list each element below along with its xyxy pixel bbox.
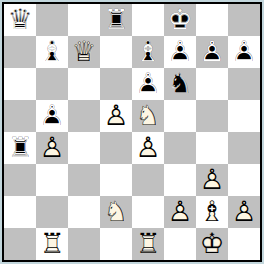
black-rook[interactable]: ♜♖: [4, 132, 36, 164]
square-a1[interactable]: [4, 228, 36, 260]
square-c7[interactable]: ♛♕: [68, 36, 100, 68]
square-f3[interactable]: [164, 164, 196, 196]
piece-outline: ♖: [132, 228, 164, 260]
piece-outline: ♖: [4, 132, 36, 164]
black-bishop[interactable]: ♝♗: [132, 36, 164, 68]
square-d5[interactable]: ♟♙: [100, 100, 132, 132]
black-rook[interactable]: ♜♖: [100, 4, 132, 36]
square-b8[interactable]: [36, 4, 68, 36]
square-f4[interactable]: [164, 132, 196, 164]
piece-outline: ♗: [196, 196, 228, 228]
white-pawn[interactable]: ♟♙: [132, 132, 164, 164]
piece-outline: ♙: [196, 36, 228, 68]
piece-outline: ♙: [36, 100, 68, 132]
square-e7[interactable]: ♝♗: [132, 36, 164, 68]
square-d7[interactable]: [100, 36, 132, 68]
square-b5[interactable]: ♟♙: [36, 100, 68, 132]
piece-outline: ♔: [196, 228, 228, 260]
piece-outline: ♗: [36, 36, 68, 68]
square-b2[interactable]: [36, 196, 68, 228]
piece-outline: ♙: [36, 132, 68, 164]
square-d1[interactable]: [100, 228, 132, 260]
square-f5[interactable]: [164, 100, 196, 132]
square-c3[interactable]: [68, 164, 100, 196]
white-pawn[interactable]: ♟♙: [164, 196, 196, 228]
board-frame: ♛♕♜♖♚♔♝♗♛♕♝♗♟♙♟♙♟♙♟♙♞♘♟♙♟♙♞♘♜♖♟♙♟♙♟♙♞♘♟♙…: [0, 0, 264, 264]
piece-outline: ♙: [196, 164, 228, 196]
square-c5[interactable]: [68, 100, 100, 132]
piece-outline: ♘: [164, 68, 196, 100]
square-h4[interactable]: [228, 132, 260, 164]
square-d4[interactable]: [100, 132, 132, 164]
square-g7[interactable]: ♟♙: [196, 36, 228, 68]
piece-outline: ♖: [36, 228, 68, 260]
black-bishop[interactable]: ♝♗: [36, 36, 68, 68]
square-f2[interactable]: ♟♙: [164, 196, 196, 228]
piece-outline: ♙: [164, 36, 196, 68]
square-g4[interactable]: [196, 132, 228, 164]
square-a4[interactable]: ♜♖: [4, 132, 36, 164]
square-b7[interactable]: ♝♗: [36, 36, 68, 68]
square-f6[interactable]: ♞♘: [164, 68, 196, 100]
black-pawn[interactable]: ♟♙: [132, 68, 164, 100]
square-g2[interactable]: ♝♗: [196, 196, 228, 228]
black-pawn[interactable]: ♟♙: [36, 100, 68, 132]
piece-outline: ♖: [100, 4, 132, 36]
white-knight[interactable]: ♞♘: [132, 100, 164, 132]
square-c1[interactable]: [68, 228, 100, 260]
black-pawn[interactable]: ♟♙: [228, 36, 260, 68]
white-knight[interactable]: ♞♘: [100, 196, 132, 228]
chess-board: ♛♕♜♖♚♔♝♗♛♕♝♗♟♙♟♙♟♙♟♙♞♘♟♙♟♙♞♘♜♖♟♙♟♙♟♙♞♘♟♙…: [2, 2, 262, 262]
piece-outline: ♙: [228, 36, 260, 68]
white-pawn[interactable]: ♟♙: [100, 100, 132, 132]
square-c6[interactable]: [68, 68, 100, 100]
piece-outline: ♙: [132, 68, 164, 100]
black-knight[interactable]: ♞♘: [164, 68, 196, 100]
piece-outline: ♘: [132, 100, 164, 132]
square-e6[interactable]: ♟♙: [132, 68, 164, 100]
square-e5[interactable]: ♞♘: [132, 100, 164, 132]
square-e2[interactable]: [132, 196, 164, 228]
square-e4[interactable]: ♟♙: [132, 132, 164, 164]
square-f1[interactable]: [164, 228, 196, 260]
square-d6[interactable]: [100, 68, 132, 100]
square-d8[interactable]: ♜♖: [100, 4, 132, 36]
square-h7[interactable]: ♟♙: [228, 36, 260, 68]
square-h5[interactable]: [228, 100, 260, 132]
square-c4[interactable]: [68, 132, 100, 164]
white-king[interactable]: ♚♔: [196, 228, 228, 260]
square-c8[interactable]: [68, 4, 100, 36]
square-d3[interactable]: [100, 164, 132, 196]
square-d2[interactable]: ♞♘: [100, 196, 132, 228]
square-h3[interactable]: [228, 164, 260, 196]
square-e8[interactable]: [132, 4, 164, 36]
square-h6[interactable]: [228, 68, 260, 100]
square-b6[interactable]: [36, 68, 68, 100]
piece-outline: ♙: [100, 100, 132, 132]
square-g8[interactable]: [196, 4, 228, 36]
square-b1[interactable]: ♜♖: [36, 228, 68, 260]
black-queen[interactable]: ♛♕: [4, 4, 36, 36]
piece-outline: ♙: [164, 196, 196, 228]
black-king[interactable]: ♚♔: [164, 4, 196, 36]
white-pawn[interactable]: ♟♙: [228, 196, 260, 228]
white-rook[interactable]: ♜♖: [132, 228, 164, 260]
square-e1[interactable]: ♜♖: [132, 228, 164, 260]
square-h2[interactable]: ♟♙: [228, 196, 260, 228]
square-g5[interactable]: [196, 100, 228, 132]
square-g1[interactable]: ♚♔: [196, 228, 228, 260]
square-h1[interactable]: [228, 228, 260, 260]
piece-outline: ♙: [228, 196, 260, 228]
square-a5[interactable]: [4, 100, 36, 132]
square-c2[interactable]: [68, 196, 100, 228]
square-f7[interactable]: ♟♙: [164, 36, 196, 68]
piece-outline: ♕: [68, 36, 100, 68]
square-g3[interactable]: ♟♙: [196, 164, 228, 196]
square-a2[interactable]: [4, 196, 36, 228]
black-pawn[interactable]: ♟♙: [164, 36, 196, 68]
piece-outline: ♘: [100, 196, 132, 228]
square-a7[interactable]: [4, 36, 36, 68]
square-e3[interactable]: [132, 164, 164, 196]
piece-outline: ♗: [132, 36, 164, 68]
square-b3[interactable]: [36, 164, 68, 196]
square-f8[interactable]: ♚♔: [164, 4, 196, 36]
square-a8[interactable]: ♛♕: [4, 4, 36, 36]
square-g6[interactable]: [196, 68, 228, 100]
white-rook[interactable]: ♜♖: [36, 228, 68, 260]
white-pawn[interactable]: ♟♙: [196, 164, 228, 196]
square-b4[interactable]: ♟♙: [36, 132, 68, 164]
square-a6[interactable]: [4, 68, 36, 100]
square-a3[interactable]: [4, 164, 36, 196]
white-queen[interactable]: ♛♕: [68, 36, 100, 68]
white-bishop[interactable]: ♝♗: [196, 196, 228, 228]
black-pawn[interactable]: ♟♙: [196, 36, 228, 68]
piece-outline: ♕: [4, 4, 36, 36]
square-h8[interactable]: [228, 4, 260, 36]
white-pawn[interactable]: ♟♙: [36, 132, 68, 164]
piece-outline: ♙: [132, 132, 164, 164]
piece-outline: ♔: [164, 4, 196, 36]
